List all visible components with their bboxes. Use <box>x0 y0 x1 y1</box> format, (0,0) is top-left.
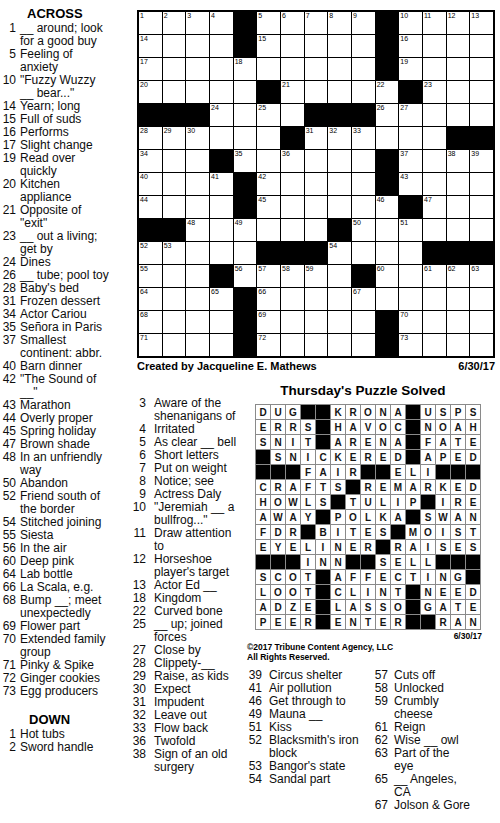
solved-cell-r4c14: E <box>451 450 465 464</box>
puzzle-cell-r13c12[interactable] <box>399 288 422 310</box>
puzzle-cell-r3c7[interactable] <box>281 58 304 80</box>
cell-number: 53 <box>164 242 172 250</box>
clue-number: 2 <box>1 741 16 754</box>
puzzle-cell-r14c1[interactable]: 68 <box>139 311 162 333</box>
cell-number: 70 <box>400 311 408 319</box>
puzzle-cell-r2c3[interactable] <box>186 35 209 57</box>
black-cell-r11c15 <box>470 242 493 264</box>
puzzle-cell-r10c6[interactable] <box>257 219 280 241</box>
puzzle-cell-r3c14[interactable] <box>447 58 470 80</box>
clue-number: 19 <box>1 152 16 165</box>
solved-cell-r7c15: E <box>466 495 480 509</box>
puzzle-cell-r3c3[interactable] <box>186 58 209 80</box>
puzzle-cell-r2c2[interactable] <box>163 35 186 57</box>
puzzle-cell-r6c10[interactable]: 33 <box>352 127 375 149</box>
puzzle-cell-r12c13[interactable]: 61 <box>423 265 446 287</box>
puzzle-cell-r5c6[interactable]: 25 <box>257 104 280 126</box>
cell-number: 17 <box>140 58 148 66</box>
solved-cell-r12c14: G <box>451 570 465 584</box>
puzzle-cell-r15c14[interactable] <box>447 334 470 356</box>
solved-cell-r4c10: D <box>391 450 405 464</box>
puzzle-cell-r2c8[interactable] <box>305 35 328 57</box>
puzzle-cell-r1c10[interactable]: 9 <box>352 12 375 34</box>
puzzle-cell-r6c9[interactable]: 32 <box>328 127 351 149</box>
clue-down-49: 49Mauna __ <box>246 708 359 721</box>
puzzle-cell-r15c9[interactable] <box>328 334 351 356</box>
solved-cell-r15c14: A <box>451 615 465 629</box>
solved-cell-r10c12: I <box>421 540 435 554</box>
puzzle-cell-r9c9[interactable] <box>328 196 351 218</box>
clue-down-59: 59Crumbly cheese <box>371 695 472 721</box>
puzzle-cell-r7c8[interactable] <box>305 150 328 172</box>
puzzle-cell-r11c2[interactable]: 53 <box>163 242 186 264</box>
puzzle-cell-r14c2[interactable] <box>163 311 186 333</box>
puzzle-cell-r14c13[interactable] <box>423 311 446 333</box>
solved-cell-r6c1: C <box>256 480 270 494</box>
puzzle-cell-r15c3[interactable] <box>186 334 209 356</box>
puzzle-cell-r8c4[interactable]: 41 <box>210 173 233 195</box>
puzzle-cell-r13c9[interactable] <box>328 288 351 310</box>
puzzle-cell-r2c10[interactable] <box>352 35 375 57</box>
puzzle-cell-r12c6[interactable]: 57 <box>257 265 280 287</box>
solved-black-cell-r5c13 <box>436 465 450 479</box>
byline-row: Created by Jacqueline E. Mathews 6/30/17 <box>137 360 495 372</box>
puzzle-cell-r12c14[interactable]: 62 <box>447 265 470 287</box>
puzzle-cell-r11c1[interactable]: 52 <box>139 242 162 264</box>
solved-cell-r8c2: W <box>271 510 285 524</box>
puzzle-cell-r8c9[interactable] <box>328 173 351 195</box>
puzzle-cell-r3c1[interactable]: 17 <box>139 58 162 80</box>
puzzle-cell-r8c3[interactable] <box>186 173 209 195</box>
puzzle-cell-r11c4[interactable] <box>210 242 233 264</box>
puzzle-cell-r12c15[interactable]: 63 <box>470 265 493 287</box>
puzzle-cell-r6c11[interactable] <box>376 127 399 149</box>
solved-cell-r13c2: O <box>271 585 285 599</box>
puzzle-cell-r14c9[interactable] <box>328 311 351 333</box>
puzzle-cell-r8c2[interactable] <box>163 173 186 195</box>
puzzle-cell-r10c15[interactable] <box>470 219 493 241</box>
puzzle-cell-r3c8[interactable] <box>305 58 328 80</box>
puzzle-cell-r9c7[interactable] <box>281 196 304 218</box>
solved-cell-r3c2: N <box>271 435 285 449</box>
solved-cell-r1c13: S <box>436 405 450 419</box>
clue-number: 10 <box>131 501 146 514</box>
cell-number: 35 <box>235 150 243 158</box>
solved-cell-r1c1: D <box>256 405 270 419</box>
puzzle-cell-r6c13[interactable] <box>423 127 446 149</box>
puzzle-cell-r13c15[interactable] <box>470 288 493 310</box>
puzzle-cell-r4c5[interactable] <box>234 81 257 103</box>
puzzle-cell-r3c4[interactable] <box>210 58 233 80</box>
solved-cell-r7c8: U <box>361 495 375 509</box>
puzzle-cell-r10c3[interactable]: 48 <box>186 219 209 241</box>
clue-across-20: 20Kitchen appliance <box>1 178 110 204</box>
cell-number: 36 <box>282 150 290 158</box>
puzzle-cell-r1c6[interactable]: 5 <box>257 12 280 34</box>
puzzle-cell-r4c1[interactable]: 20 <box>139 81 162 103</box>
cell-number: 20 <box>140 81 148 89</box>
black-cell-r8c11 <box>376 173 399 195</box>
puzzle-cell-r6c1[interactable]: 28 <box>139 127 162 149</box>
puzzle-cell-r9c4[interactable] <box>210 196 233 218</box>
cell-number: 58 <box>282 265 290 273</box>
puzzle-cell-r14c15[interactable] <box>470 311 493 333</box>
cell-number: 13 <box>471 12 479 20</box>
clue-across-10: 10"Fuzzy Wuzzy __ bear..." <box>1 74 110 100</box>
puzzle-cell-r5c7[interactable] <box>281 104 304 126</box>
puzzle-cell-r8c15[interactable] <box>470 173 493 195</box>
cell-number: 54 <box>329 242 337 250</box>
puzzle-cell-r6c2[interactable]: 29 <box>163 127 186 149</box>
puzzle-cell-r8c10[interactable] <box>352 173 375 195</box>
puzzle-cell-r13c10[interactable]: 67 <box>352 288 375 310</box>
puzzle-cell-r9c1[interactable]: 44 <box>139 196 162 218</box>
puzzle-cell-r1c9[interactable]: 8 <box>328 12 351 34</box>
cell-number: 48 <box>187 219 195 227</box>
puzzle-cell-r2c1[interactable]: 14 <box>139 35 162 57</box>
puzzle-cell-r15c12[interactable]: 73 <box>399 334 422 356</box>
clue-number: 65 <box>371 773 388 786</box>
puzzle-cell-r10c7[interactable] <box>281 219 304 241</box>
puzzle-cell-r12c7[interactable]: 58 <box>281 265 304 287</box>
puzzle-cell-r6c3[interactable]: 30 <box>186 127 209 149</box>
puzzle-cell-r5c13[interactable] <box>423 104 446 126</box>
clue-number: 52 <box>246 734 262 747</box>
clues-column-1: ACROSS 1__ around; look for a good buy5F… <box>1 6 110 754</box>
cell-number: 24 <box>211 104 219 112</box>
puzzle-cell-r3c12[interactable]: 19 <box>399 58 422 80</box>
clue-text: "Jeremiah __ a bullfrog..." <box>154 501 244 527</box>
puzzle-cell-r2c9[interactable] <box>328 35 351 57</box>
puzzle-cell-r4c3[interactable] <box>186 81 209 103</box>
solved-cell-r3c3: I <box>286 435 300 449</box>
puzzle-cell-r3c15[interactable] <box>470 58 493 80</box>
solved-cell-r5c10: E <box>391 465 405 479</box>
puzzle-cell-r6c5[interactable] <box>234 127 257 149</box>
black-cell-r5c9 <box>328 104 351 126</box>
puzzle-cell-r7c10[interactable] <box>352 150 375 172</box>
solved-cell-r3c13: A <box>436 435 450 449</box>
clue-across-5: 5Feeling of anxiety <box>1 48 110 74</box>
solved-black-cell-r13c5 <box>316 585 330 599</box>
puzzle-cell-r14c12[interactable]: 70 <box>399 311 422 333</box>
puzzle-cell-r14c4[interactable] <box>210 311 233 333</box>
puzzle-cell-r11c11[interactable] <box>376 242 399 264</box>
puzzle-cell-r1c7[interactable]: 6 <box>281 12 304 34</box>
solved-cell-r4c2: S <box>271 450 285 464</box>
puzzle-cell-r10c4[interactable] <box>210 219 233 241</box>
puzzle-cell-r12c8[interactable]: 59 <box>305 265 328 287</box>
puzzle-cell-r3c13[interactable] <box>423 58 446 80</box>
puzzle-cell-r9c8[interactable] <box>305 196 328 218</box>
puzzle-cell-r7c15[interactable]: 39 <box>470 150 493 172</box>
clues-column-3: 39Circus shelter41Air pollution46Get thr… <box>246 669 359 786</box>
puzzle-cell-r1c12[interactable]: 10 <box>399 12 422 34</box>
puzzle-cell-r3c6[interactable] <box>257 58 280 80</box>
puzzle-cell-r8c12[interactable]: 43 <box>399 173 422 195</box>
solved-cell-r6c12: R <box>421 480 435 494</box>
puzzle-cell-r14c6[interactable]: 69 <box>257 311 280 333</box>
puzzle-cell-r1c1[interactable]: 1 <box>139 12 162 34</box>
solved-cell-r1c14: P <box>451 405 465 419</box>
solved-cell-r2c10: C <box>391 420 405 434</box>
puzzle-cell-r6c4[interactable] <box>210 127 233 149</box>
puzzle-cell-r9c6[interactable]: 45 <box>257 196 280 218</box>
puzzle-cell-r13c6[interactable]: 66 <box>257 288 280 310</box>
puzzle-cell-r10c8[interactable] <box>305 219 328 241</box>
puzzle-cell-r2c4[interactable] <box>210 35 233 57</box>
puzzle-cell-r11c9[interactable]: 54 <box>328 242 351 264</box>
puzzle-cell-r1c3[interactable]: 3 <box>186 12 209 34</box>
puzzle-cell-r15c7[interactable] <box>281 334 304 356</box>
puzzle-cell-r4c9[interactable] <box>328 81 351 103</box>
puzzle-cell-r4c8[interactable] <box>305 81 328 103</box>
puzzle-cell-r10c10[interactable]: 50 <box>352 219 375 241</box>
solved-black-cell-r2c5 <box>316 420 330 434</box>
black-cell-r4c12 <box>399 81 422 103</box>
solved-black-cell-r5c15 <box>466 465 480 479</box>
puzzle-cell-r13c3[interactable] <box>186 288 209 310</box>
cell-number: 63 <box>471 265 479 273</box>
solved-black-cell-r5c9 <box>376 465 390 479</box>
puzzle-cell-r14c7[interactable] <box>281 311 304 333</box>
solved-cell-r1c3: G <box>286 405 300 419</box>
puzzle-cell-r15c13[interactable] <box>423 334 446 356</box>
puzzle-cell-r7c13[interactable] <box>423 150 446 172</box>
puzzle-cell-r9c15[interactable] <box>470 196 493 218</box>
puzzle-cell-r13c4[interactable]: 65 <box>210 288 233 310</box>
puzzle-cell-r5c12[interactable]: 27 <box>399 104 422 126</box>
cell-number: 28 <box>140 127 148 135</box>
clue-across-48: 48In an unfriendly way <box>1 451 110 477</box>
solved-cell-r13c7: L <box>346 585 360 599</box>
puzzle-cell-r7c6[interactable] <box>257 150 280 172</box>
clue-number: 73 <box>1 685 16 698</box>
puzzle-cell-r4c2[interactable] <box>163 81 186 103</box>
clue-text: Egg producers <box>20 685 110 698</box>
cell-number: 64 <box>140 288 148 296</box>
puzzle-cell-r5c4[interactable]: 24 <box>210 104 233 126</box>
cell-number: 38 <box>448 150 456 158</box>
puzzle-cell-r13c8[interactable] <box>305 288 328 310</box>
solved-cell-r15c9: E <box>376 615 390 629</box>
puzzle-cell-r3c5[interactable]: 18 <box>234 58 257 80</box>
puzzle-cell-r7c9[interactable] <box>328 150 351 172</box>
puzzle-cell-r3c2[interactable] <box>163 58 186 80</box>
solved-grid-date: 6/30/17 <box>255 631 482 641</box>
puzzle-cell-r13c1[interactable]: 64 <box>139 288 162 310</box>
solved-cell-r12c13: N <box>436 570 450 584</box>
puzzle-cell-r9c3[interactable] <box>186 196 209 218</box>
clue-across-70: 70Extended family group <box>1 633 110 659</box>
solved-cell-r1c12: U <box>421 405 435 419</box>
puzzle-cell-r9c10[interactable] <box>352 196 375 218</box>
puzzle-cell-r11c12[interactable] <box>399 242 422 264</box>
puzzle-cell-r5c5[interactable] <box>234 104 257 126</box>
puzzle-cell-r8c7[interactable] <box>281 173 304 195</box>
puzzle-cell-r12c9[interactable] <box>328 265 351 287</box>
puzzle-cell-r4c11[interactable]: 22 <box>376 81 399 103</box>
puzzle-cell-r1c15[interactable]: 13 <box>470 12 493 34</box>
cell-number: 57 <box>258 265 266 273</box>
solved-cell-r6c13: K <box>436 480 450 494</box>
solved-cell-r11c9: S <box>376 555 390 569</box>
puzzle-cell-r3c10[interactable] <box>352 58 375 80</box>
puzzle-cell-r9c14[interactable] <box>447 196 470 218</box>
clue-text: Extended family group <box>20 633 110 659</box>
puzzle-cell-r7c2[interactable] <box>163 150 186 172</box>
puzzle-cell-r13c11[interactable] <box>376 288 399 310</box>
solved-cell-r13c13: E <box>436 585 450 599</box>
black-cell-r13c5 <box>234 288 257 310</box>
puzzle-cell-r11c3[interactable] <box>186 242 209 264</box>
black-cell-r1c11 <box>376 12 399 34</box>
puzzle-cell-r15c4[interactable] <box>210 334 233 356</box>
solved-cell-r15c7: N <box>346 615 360 629</box>
puzzle-cell-r1c14[interactable]: 12 <box>447 12 470 34</box>
puzzle-cell-r10c5[interactable]: 49 <box>234 219 257 241</box>
puzzle-cell-r8c1[interactable]: 40 <box>139 173 162 195</box>
solved-black-cell-r14c11 <box>406 600 420 614</box>
cell-number: 21 <box>282 81 290 89</box>
solved-cell-r3c12: F <box>421 435 435 449</box>
solved-cell-r7c2: O <box>271 495 285 509</box>
puzzle-cell-r7c1[interactable]: 34 <box>139 150 162 172</box>
cell-number: 18 <box>235 58 243 66</box>
solved-cell-r15c15: N <box>466 615 480 629</box>
puzzle-cell-r8c13[interactable] <box>423 173 446 195</box>
puzzle-cell-r2c12[interactable]: 16 <box>399 35 422 57</box>
puzzle-cell-r12c11[interactable]: 60 <box>376 265 399 287</box>
puzzle-cell-r7c3[interactable] <box>186 150 209 172</box>
solved-cell-r11c10: E <box>391 555 405 569</box>
cell-number: 32 <box>329 127 337 135</box>
solved-black-cell-r9c10 <box>391 525 405 539</box>
solved-cell-r6c8: R <box>361 480 375 494</box>
solved-cell-r7c5: S <box>316 495 330 509</box>
puzzle-cell-r15c15[interactable] <box>470 334 493 356</box>
puzzle-cell-r6c12[interactable] <box>399 127 422 149</box>
puzzle-cell-r12c2[interactable] <box>163 265 186 287</box>
solved-cell-r13c14: E <box>451 585 465 599</box>
puzzle-cell-r14c14[interactable] <box>447 311 470 333</box>
cell-number: 50 <box>353 219 361 227</box>
puzzle-cell-r4c4[interactable] <box>210 81 233 103</box>
puzzle-cell-r5c15[interactable] <box>470 104 493 126</box>
cell-number: 47 <box>424 196 432 204</box>
puzzle-cell-r6c6[interactable] <box>257 127 280 149</box>
solved-cell-r12c7: F <box>346 570 360 584</box>
puzzle-cell-r1c13[interactable]: 11 <box>423 12 446 34</box>
puzzle-cell-r1c2[interactable]: 2 <box>163 12 186 34</box>
solved-black-cell-r11c3 <box>286 555 300 569</box>
puzzle-cell-r14c10[interactable] <box>352 311 375 333</box>
solved-grid: DUGKRONAUSPSERRSHAVOCNOAHSNITARENAFATESN… <box>255 404 481 630</box>
puzzle-cell-r14c3[interactable] <box>186 311 209 333</box>
puzzle-cell-r9c2[interactable] <box>163 196 186 218</box>
solved-cell-r14c2: D <box>271 600 285 614</box>
puzzle-cell-r4c7[interactable]: 21 <box>281 81 304 103</box>
solved-cell-r4c3: N <box>286 450 300 464</box>
puzzle-cell-r2c13[interactable] <box>423 35 446 57</box>
puzzle-cell-r14c8[interactable] <box>305 311 328 333</box>
puzzle-cell-r4c10[interactable] <box>352 81 375 103</box>
puzzle-cell-r12c1[interactable]: 55 <box>139 265 162 287</box>
puzzle-cell-r10c14[interactable] <box>447 219 470 241</box>
puzzle-cell-r6c8[interactable]: 31 <box>305 127 328 149</box>
puzzle-cell-r13c13[interactable] <box>423 288 446 310</box>
solved-cell-r5c7: R <box>346 465 360 479</box>
puzzle-cell-r1c4[interactable]: 4 <box>210 12 233 34</box>
puzzle-cell-r7c5[interactable]: 35 <box>234 150 257 172</box>
cell-number: 30 <box>187 127 195 135</box>
puzzle-cell-r5c11[interactable]: 26 <box>376 104 399 126</box>
puzzle-cell-r15c2[interactable] <box>163 334 186 356</box>
puzzle-cell-r2c15[interactable] <box>470 35 493 57</box>
puzzle-cell-r5c14[interactable] <box>447 104 470 126</box>
clue-down-38: 38Sign of an old surgery <box>131 748 244 774</box>
solved-black-cell-r10c9 <box>376 540 390 554</box>
black-cell-r5c1 <box>139 104 162 126</box>
puzzle-cell-r12c12[interactable] <box>399 265 422 287</box>
puzzle-cell-r15c6[interactable]: 72 <box>257 334 280 356</box>
puzzle-cell-r15c10[interactable] <box>352 334 375 356</box>
puzzle-cell-r13c7[interactable] <box>281 288 304 310</box>
puzzle-cell-r13c14[interactable] <box>447 288 470 310</box>
puzzle-cell-r2c6[interactable]: 15 <box>257 35 280 57</box>
puzzle-cell-r3c9[interactable] <box>328 58 351 80</box>
puzzle-cell-r12c5[interactable]: 56 <box>234 265 257 287</box>
solved-cell-r6c4: F <box>301 480 315 494</box>
cell-number: 71 <box>140 334 148 342</box>
solved-black-cell-r15c12 <box>421 615 435 629</box>
puzzle-cell-r4c14[interactable] <box>447 81 470 103</box>
puzzle-cell-r8c8[interactable] <box>305 173 328 195</box>
puzzle-cell-r10c13[interactable] <box>423 219 446 241</box>
puzzle-cell-r10c11[interactable] <box>376 219 399 241</box>
solved-cell-r9c15: T <box>466 525 480 539</box>
puzzle-cell-r1c8[interactable]: 7 <box>305 12 328 34</box>
puzzle-cell-r11c10[interactable] <box>352 242 375 264</box>
puzzle-cell-r9c13[interactable]: 47 <box>423 196 446 218</box>
clues-column-2: 3Aware of the shenanigans of4Irritated5A… <box>131 397 244 774</box>
clue-number: 54 <box>246 773 262 786</box>
puzzle-cell-r7c14[interactable]: 38 <box>447 150 470 172</box>
black-cell-r14c11 <box>376 311 399 333</box>
puzzle-cell-r15c8[interactable] <box>305 334 328 356</box>
puzzle-cell-r10c12[interactable]: 51 <box>399 219 422 241</box>
puzzle-cell-r8c14[interactable] <box>447 173 470 195</box>
puzzle-cell-r2c7[interactable] <box>281 35 304 57</box>
puzzle-cell-r12c3[interactable] <box>186 265 209 287</box>
solved-black-cell-r5c8 <box>361 465 375 479</box>
puzzle-cell-r4c13[interactable]: 23 <box>423 81 446 103</box>
puzzle-cell-r2c14[interactable] <box>447 35 470 57</box>
puzzle-cell-r8c6[interactable]: 42 <box>257 173 280 195</box>
solved-cell-r5c11: L <box>406 465 420 479</box>
puzzle-cell-r4c15[interactable] <box>470 81 493 103</box>
puzzle-cell-r13c2[interactable] <box>163 288 186 310</box>
puzzle-cell-r7c7[interactable]: 36 <box>281 150 304 172</box>
puzzle-cell-r7c12[interactable]: 37 <box>399 150 422 172</box>
puzzle-cell-r15c1[interactable]: 71 <box>139 334 162 356</box>
solved-black-cell-r7c6 <box>331 495 345 509</box>
clue-down-63: 63Part of the eye <box>371 747 472 773</box>
cell-number: 41 <box>211 173 219 181</box>
puzzle-cell-r11c5[interactable] <box>234 242 257 264</box>
puzzle-cell-r9c11[interactable]: 46 <box>376 196 399 218</box>
solved-cell-r11c5: N <box>316 555 330 569</box>
